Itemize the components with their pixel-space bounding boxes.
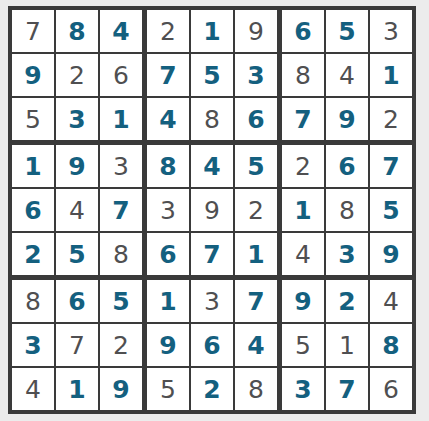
cell-r6c2[interactable]: 5 [56,233,98,275]
cell-r8c5[interactable]: 6 [191,324,233,366]
cell-r9c3[interactable]: 9 [100,368,142,410]
sudoku-box: 845392671 [147,145,277,275]
cell-r6c8[interactable]: 3 [326,233,368,275]
cell-r5c3[interactable]: 7 [100,189,142,231]
sudoku-box: 219753486 [147,10,277,140]
cell-r4c9[interactable]: 7 [370,145,412,187]
cell-r9c9[interactable]: 6 [370,368,412,410]
cell-r1c2[interactable]: 8 [56,10,98,52]
cell-r7c5[interactable]: 3 [191,280,233,322]
cell-r4c6[interactable]: 5 [235,145,277,187]
cell-r8c2[interactable]: 7 [56,324,98,366]
cell-r5c5[interactable]: 9 [191,189,233,231]
cell-r9c8[interactable]: 7 [326,368,368,410]
cell-r3c3[interactable]: 1 [100,98,142,140]
cell-r7c7[interactable]: 9 [282,280,324,322]
cell-r3c9[interactable]: 2 [370,98,412,140]
cell-r2c4[interactable]: 7 [147,54,189,96]
cell-r1c3[interactable]: 4 [100,10,142,52]
cell-r6c3[interactable]: 8 [100,233,142,275]
cell-r2c8[interactable]: 4 [326,54,368,96]
cell-r1c6[interactable]: 9 [235,10,277,52]
cell-r6c6[interactable]: 1 [235,233,277,275]
cell-r5c1[interactable]: 6 [12,189,54,231]
cell-r3c6[interactable]: 6 [235,98,277,140]
sudoku-box: 137964528 [147,280,277,410]
sudoku-box: 653841792 [282,10,412,140]
cell-r2c5[interactable]: 5 [191,54,233,96]
cell-r8c4[interactable]: 9 [147,324,189,366]
cell-r2c3[interactable]: 6 [100,54,142,96]
cell-r7c1[interactable]: 8 [12,280,54,322]
cell-r8c7[interactable]: 5 [282,324,324,366]
cell-r8c9[interactable]: 8 [370,324,412,366]
cell-r9c4[interactable]: 5 [147,368,189,410]
cell-r3c5[interactable]: 8 [191,98,233,140]
cell-r9c5[interactable]: 2 [191,368,233,410]
cell-r4c5[interactable]: 4 [191,145,233,187]
cell-r7c2[interactable]: 6 [56,280,98,322]
cell-r3c8[interactable]: 9 [326,98,368,140]
cell-r4c3[interactable]: 3 [100,145,142,187]
cell-r6c5[interactable]: 7 [191,233,233,275]
cell-r3c2[interactable]: 3 [56,98,98,140]
cell-r7c4[interactable]: 1 [147,280,189,322]
sudoku-box: 865372419 [12,280,142,410]
cell-r5c6[interactable]: 2 [235,189,277,231]
cell-r1c9[interactable]: 3 [370,10,412,52]
cell-r2c2[interactable]: 2 [56,54,98,96]
cell-r1c8[interactable]: 5 [326,10,368,52]
cell-r1c7[interactable]: 6 [282,10,324,52]
cell-r6c9[interactable]: 9 [370,233,412,275]
cell-r3c1[interactable]: 5 [12,98,54,140]
cell-r6c1[interactable]: 2 [12,233,54,275]
cell-r4c2[interactable]: 9 [56,145,98,187]
cell-r3c4[interactable]: 4 [147,98,189,140]
cell-r2c9[interactable]: 1 [370,54,412,96]
sudoku-box: 267185439 [282,145,412,275]
cell-r9c2[interactable]: 1 [56,368,98,410]
cell-r4c7[interactable]: 2 [282,145,324,187]
cell-r7c3[interactable]: 5 [100,280,142,322]
cell-r4c8[interactable]: 6 [326,145,368,187]
cell-r8c8[interactable]: 1 [326,324,368,366]
cell-r2c1[interactable]: 9 [12,54,54,96]
cell-r7c9[interactable]: 4 [370,280,412,322]
cell-r6c4[interactable]: 6 [147,233,189,275]
cell-r3c7[interactable]: 7 [282,98,324,140]
cell-r5c9[interactable]: 5 [370,189,412,231]
cell-r9c1[interactable]: 4 [12,368,54,410]
cell-r1c5[interactable]: 1 [191,10,233,52]
cell-r1c4[interactable]: 2 [147,10,189,52]
cell-r8c1[interactable]: 3 [12,324,54,366]
sudoku-box: 924518376 [282,280,412,410]
cell-r5c8[interactable]: 8 [326,189,368,231]
cell-r5c2[interactable]: 4 [56,189,98,231]
cell-r9c7[interactable]: 3 [282,368,324,410]
cell-r1c1[interactable]: 7 [12,10,54,52]
sudoku-box: 193647258 [12,145,142,275]
cell-r2c6[interactable]: 3 [235,54,277,96]
sudoku-board: 7849265312197534866538417921936472588453… [8,6,416,414]
cell-r6c7[interactable]: 4 [282,233,324,275]
cell-r7c8[interactable]: 2 [326,280,368,322]
cell-r8c3[interactable]: 2 [100,324,142,366]
cell-r4c4[interactable]: 8 [147,145,189,187]
cell-r7c6[interactable]: 7 [235,280,277,322]
cell-r2c7[interactable]: 8 [282,54,324,96]
cell-r5c7[interactable]: 1 [282,189,324,231]
cell-r5c4[interactable]: 3 [147,189,189,231]
cell-r4c1[interactable]: 1 [12,145,54,187]
cell-r8c6[interactable]: 4 [235,324,277,366]
cell-r9c6[interactable]: 8 [235,368,277,410]
page: 7849265312197534866538417921936472588453… [0,0,429,421]
sudoku-box: 784926531 [12,10,142,140]
